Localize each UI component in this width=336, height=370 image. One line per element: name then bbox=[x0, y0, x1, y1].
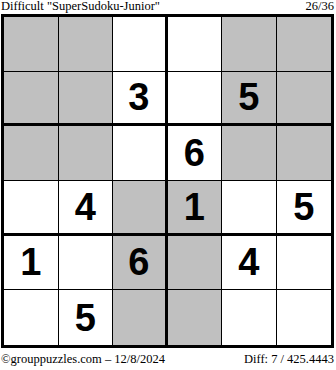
cell-r3c5[interactable] bbox=[222, 126, 277, 181]
cell-r5c4[interactable] bbox=[168, 236, 223, 291]
cell-r4c5[interactable] bbox=[222, 181, 277, 236]
cell-r4c6[interactable]: 5 bbox=[277, 181, 332, 236]
header: Difficult "SuperSudoku-Junior" 26/36 bbox=[1, 0, 334, 13]
cell-r1c1[interactable] bbox=[4, 17, 59, 72]
cell-r3c2[interactable] bbox=[59, 126, 114, 181]
cell-r3c6[interactable] bbox=[277, 126, 332, 181]
cell-r2c2[interactable] bbox=[59, 72, 114, 127]
cell-r5c3[interactable]: 6 bbox=[113, 236, 168, 291]
cell-r6c5[interactable] bbox=[222, 290, 277, 345]
footer: ©grouppuzzles.com – 12/8/2024 Diff: 7 / … bbox=[1, 352, 334, 366]
cell-r1c5[interactable] bbox=[222, 17, 277, 72]
copyright-text: ©grouppuzzles.com – 12/8/2024 bbox=[1, 352, 165, 366]
cell-r2c4[interactable] bbox=[168, 72, 223, 127]
cell-r2c6[interactable] bbox=[277, 72, 332, 127]
cell-r6c1[interactable] bbox=[4, 290, 59, 345]
cell-r6c4[interactable] bbox=[168, 290, 223, 345]
cell-r1c6[interactable] bbox=[277, 17, 332, 72]
difficulty-text: Diff: 7 / 425.4443 bbox=[244, 352, 334, 366]
sudoku-board: 3564151645 bbox=[1, 14, 334, 348]
cell-r5c6[interactable] bbox=[277, 236, 332, 291]
cell-r6c6[interactable] bbox=[277, 290, 332, 345]
cell-r2c3[interactable]: 3 bbox=[113, 72, 168, 127]
cell-r1c2[interactable] bbox=[59, 17, 114, 72]
cell-r4c2[interactable]: 4 bbox=[59, 181, 114, 236]
cell-r3c1[interactable] bbox=[4, 126, 59, 181]
cell-r5c1[interactable]: 1 bbox=[4, 236, 59, 291]
cell-r2c1[interactable] bbox=[4, 72, 59, 127]
cell-r5c5[interactable]: 4 bbox=[222, 236, 277, 291]
cell-r1c3[interactable] bbox=[113, 17, 168, 72]
cell-r3c3[interactable] bbox=[113, 126, 168, 181]
cell-r4c1[interactable] bbox=[4, 181, 59, 236]
cell-r1c4[interactable] bbox=[168, 17, 223, 72]
cell-r4c3[interactable] bbox=[113, 181, 168, 236]
cell-r4c4[interactable]: 1 bbox=[168, 181, 223, 236]
puzzle-page: Difficult "SuperSudoku-Junior" 26/36 356… bbox=[0, 0, 336, 370]
cell-r6c3[interactable] bbox=[113, 290, 168, 345]
page-title: Difficult "SuperSudoku-Junior" bbox=[1, 0, 160, 13]
cell-r5c2[interactable] bbox=[59, 236, 114, 291]
cell-r2c5[interactable]: 5 bbox=[222, 72, 277, 127]
cell-r3c4[interactable]: 6 bbox=[168, 126, 223, 181]
cell-r6c2[interactable]: 5 bbox=[59, 290, 114, 345]
given-count: 26/36 bbox=[306, 0, 334, 13]
